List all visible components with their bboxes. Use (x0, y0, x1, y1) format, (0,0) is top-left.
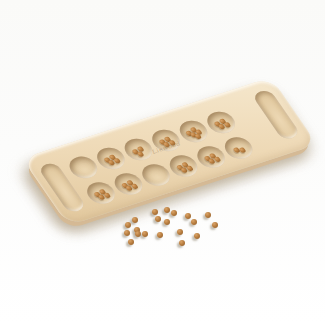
seed (194, 133, 202, 139)
loose-seed (212, 222, 218, 228)
loose-seed (152, 209, 158, 215)
loose-seed (191, 219, 197, 225)
loose-seed (135, 231, 141, 237)
mancala-board: Liewood (22, 77, 317, 225)
loose-seed (185, 213, 191, 219)
loose-seed (157, 232, 163, 238)
loose-seed (125, 222, 131, 228)
loose-seed (194, 233, 200, 239)
pits-grid (61, 106, 260, 210)
loose-seed (177, 229, 183, 235)
loose-seed (164, 219, 170, 225)
loose-seed (132, 217, 138, 223)
loose-seed (164, 207, 170, 213)
loose-seed (171, 210, 177, 216)
loose-seed (128, 239, 134, 245)
loose-seed (142, 231, 148, 237)
store-right (251, 89, 301, 141)
seed (238, 147, 246, 153)
loose-seed (179, 240, 185, 246)
loose-seed (155, 216, 161, 222)
loose-seed (124, 230, 130, 236)
loose-seed (205, 212, 211, 218)
scene: Liewood (0, 0, 325, 325)
